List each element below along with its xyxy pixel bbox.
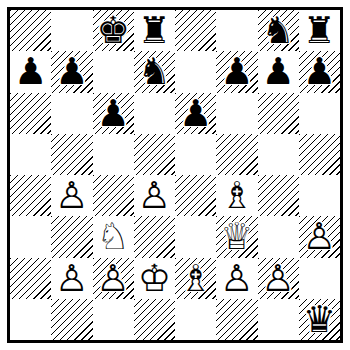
square-g1[interactable]: [258, 299, 299, 340]
piece-black-pawn[interactable]: ♟♟: [175, 93, 216, 134]
square-b7[interactable]: ♟♟: [51, 51, 92, 92]
square-c3[interactable]: ♞♘: [93, 216, 134, 257]
square-e1[interactable]: [175, 299, 216, 340]
piece-black-pawn[interactable]: ♟♟: [10, 51, 51, 92]
piece-black-pawn[interactable]: ♟♟: [258, 51, 299, 92]
board-frame: ♚♚♜♜♞♞♜♜♟♟♟♟♞♞♟♟♟♟♟♟♟♟♟♟♟♙♟♙♝♗♞♘♛♕♟♙♟♙♟♙…: [7, 7, 343, 343]
piece-white-queen[interactable]: ♛♕: [216, 216, 257, 257]
square-d6[interactable]: [134, 93, 175, 134]
square-g2[interactable]: ♟♙: [258, 258, 299, 299]
square-h1[interactable]: ♛♛: [299, 299, 340, 340]
white-pawn-glyph: ♙: [134, 175, 175, 216]
square-a8[interactable]: [10, 10, 51, 51]
square-d3[interactable]: [134, 216, 175, 257]
piece-black-king[interactable]: ♚♚: [93, 10, 134, 51]
black-knight-glyph: ♞: [134, 51, 175, 92]
square-f1[interactable]: [216, 299, 257, 340]
piece-white-pawn[interactable]: ♟♙: [51, 258, 92, 299]
square-f6[interactable]: [216, 93, 257, 134]
square-f5[interactable]: [216, 134, 257, 175]
square-c6[interactable]: ♟♟: [93, 93, 134, 134]
piece-black-rook[interactable]: ♜♜: [299, 10, 340, 51]
square-a7[interactable]: ♟♟: [10, 51, 51, 92]
square-g6[interactable]: [258, 93, 299, 134]
square-h2[interactable]: [299, 258, 340, 299]
black-queen-glyph: ♛: [299, 299, 340, 340]
square-a6[interactable]: [10, 93, 51, 134]
square-d2[interactable]: ♚♔: [134, 258, 175, 299]
square-d4[interactable]: ♟♙: [134, 175, 175, 216]
black-pawn-glyph: ♟: [10, 51, 51, 92]
piece-white-bishop[interactable]: ♝♗: [216, 175, 257, 216]
square-a1[interactable]: [10, 299, 51, 340]
square-b2[interactable]: ♟♙: [51, 258, 92, 299]
square-b4[interactable]: ♟♙: [51, 175, 92, 216]
piece-black-pawn[interactable]: ♟♟: [93, 93, 134, 134]
square-h5[interactable]: [299, 134, 340, 175]
square-d5[interactable]: [134, 134, 175, 175]
piece-white-knight[interactable]: ♞♘: [93, 216, 134, 257]
square-e2[interactable]: ♝♗: [175, 258, 216, 299]
white-pawn-glyph: ♙: [93, 258, 134, 299]
square-h7[interactable]: ♟♟: [299, 51, 340, 92]
piece-black-pawn[interactable]: ♟♟: [51, 51, 92, 92]
square-b5[interactable]: [51, 134, 92, 175]
piece-white-pawn[interactable]: ♟♙: [299, 216, 340, 257]
square-g4[interactable]: [258, 175, 299, 216]
white-king-glyph: ♔: [134, 258, 175, 299]
black-pawn-glyph: ♟: [93, 93, 134, 134]
white-pawn-glyph: ♙: [216, 258, 257, 299]
white-queen-glyph: ♕: [216, 216, 257, 257]
square-c2[interactable]: ♟♙: [93, 258, 134, 299]
piece-white-pawn[interactable]: ♟♙: [93, 258, 134, 299]
square-a4[interactable]: [10, 175, 51, 216]
chess-board: ♚♚♜♜♞♞♜♜♟♟♟♟♞♞♟♟♟♟♟♟♟♟♟♟♟♙♟♙♝♗♞♘♛♕♟♙♟♙♟♙…: [10, 10, 340, 340]
white-pawn-glyph: ♙: [299, 216, 340, 257]
square-a2[interactable]: [10, 258, 51, 299]
white-knight-glyph: ♘: [93, 216, 134, 257]
white-pawn-glyph: ♙: [258, 258, 299, 299]
square-b6[interactable]: [51, 93, 92, 134]
piece-white-pawn[interactable]: ♟♙: [258, 258, 299, 299]
square-a5[interactable]: [10, 134, 51, 175]
black-rook-glyph: ♜: [299, 10, 340, 51]
square-e8[interactable]: [175, 10, 216, 51]
square-b1[interactable]: [51, 299, 92, 340]
piece-white-pawn[interactable]: ♟♙: [134, 175, 175, 216]
square-f2[interactable]: ♟♙: [216, 258, 257, 299]
square-d7[interactable]: ♞♞: [134, 51, 175, 92]
square-d1[interactable]: [134, 299, 175, 340]
square-f7[interactable]: ♟♟: [216, 51, 257, 92]
square-h4[interactable]: [299, 175, 340, 216]
square-g3[interactable]: [258, 216, 299, 257]
square-e7[interactable]: [175, 51, 216, 92]
black-pawn-glyph: ♟: [299, 51, 340, 92]
square-f8[interactable]: [216, 10, 257, 51]
white-pawn-glyph: ♙: [51, 258, 92, 299]
square-b8[interactable]: [51, 10, 92, 51]
black-knight-glyph: ♞: [258, 10, 299, 51]
piece-black-queen[interactable]: ♛♛: [299, 299, 340, 340]
square-c7[interactable]: [93, 51, 134, 92]
square-b3[interactable]: [51, 216, 92, 257]
square-h8[interactable]: ♜♜: [299, 10, 340, 51]
piece-black-knight[interactable]: ♞♞: [258, 10, 299, 51]
square-e5[interactable]: [175, 134, 216, 175]
square-e4[interactable]: [175, 175, 216, 216]
square-c4[interactable]: [93, 175, 134, 216]
black-pawn-glyph: ♟: [216, 51, 257, 92]
square-c5[interactable]: [93, 134, 134, 175]
black-rook-glyph: ♜: [134, 10, 175, 51]
square-f4[interactable]: ♝♗: [216, 175, 257, 216]
square-g5[interactable]: [258, 134, 299, 175]
piece-white-bishop[interactable]: ♝♗: [175, 258, 216, 299]
piece-black-rook[interactable]: ♜♜: [134, 10, 175, 51]
piece-black-pawn[interactable]: ♟♟: [216, 51, 257, 92]
square-c1[interactable]: [93, 299, 134, 340]
square-e6[interactable]: ♟♟: [175, 93, 216, 134]
piece-white-pawn[interactable]: ♟♙: [216, 258, 257, 299]
white-bishop-glyph: ♗: [216, 175, 257, 216]
square-g7[interactable]: ♟♟: [258, 51, 299, 92]
square-g8[interactable]: ♞♞: [258, 10, 299, 51]
square-f3[interactable]: ♛♕: [216, 216, 257, 257]
piece-black-pawn[interactable]: ♟♟: [299, 51, 340, 92]
square-h6[interactable]: [299, 93, 340, 134]
square-e3[interactable]: [175, 216, 216, 257]
white-bishop-glyph: ♗: [175, 258, 216, 299]
piece-black-knight[interactable]: ♞♞: [134, 51, 175, 92]
black-pawn-glyph: ♟: [258, 51, 299, 92]
square-d8[interactable]: ♜♜: [134, 10, 175, 51]
black-king-glyph: ♚: [93, 10, 134, 51]
piece-white-king[interactable]: ♚♔: [134, 258, 175, 299]
square-a3[interactable]: [10, 216, 51, 257]
square-c8[interactable]: ♚♚: [93, 10, 134, 51]
square-h3[interactable]: ♟♙: [299, 216, 340, 257]
piece-white-pawn[interactable]: ♟♙: [51, 175, 92, 216]
white-pawn-glyph: ♙: [51, 175, 92, 216]
black-pawn-glyph: ♟: [175, 93, 216, 134]
black-pawn-glyph: ♟: [51, 51, 92, 92]
